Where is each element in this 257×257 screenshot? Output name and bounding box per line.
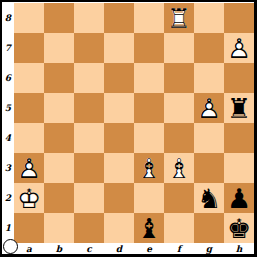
- square-e5[interactable]: [134, 93, 164, 123]
- square-h5[interactable]: ♜: [224, 93, 254, 123]
- square-g4[interactable]: [194, 123, 224, 153]
- white-rook-f8[interactable]: ♜♖: [164, 3, 194, 33]
- rank-label-3: 3: [2, 153, 14, 183]
- rank-label-6: 6: [2, 63, 14, 93]
- square-e7[interactable]: [134, 33, 164, 63]
- rank-labels: 87654321: [2, 3, 14, 243]
- square-d6[interactable]: [104, 63, 134, 93]
- square-h7[interactable]: ♟♙: [224, 33, 254, 63]
- piece-glyph: ♟: [224, 183, 254, 213]
- file-labels: abcdefgh: [14, 243, 254, 254]
- file-label-e: e: [134, 243, 164, 254]
- square-a8[interactable]: [14, 3, 44, 33]
- white-king-a2[interactable]: ♚♔: [14, 183, 44, 213]
- file-label-h: h: [224, 243, 254, 254]
- square-e2[interactable]: [134, 183, 164, 213]
- square-a3[interactable]: ♟♙: [14, 153, 44, 183]
- file-label-a: a: [14, 243, 44, 254]
- square-a2[interactable]: ♚♔: [14, 183, 44, 213]
- square-a5[interactable]: [14, 93, 44, 123]
- piece-outline: ♙: [194, 93, 224, 123]
- white-bishop-e3[interactable]: ♝♗: [134, 153, 164, 183]
- square-e3[interactable]: ♝♗: [134, 153, 164, 183]
- square-b6[interactable]: [44, 63, 74, 93]
- square-b4[interactable]: [44, 123, 74, 153]
- square-c5[interactable]: [74, 93, 104, 123]
- white-pawn-a3[interactable]: ♟♙: [14, 153, 44, 183]
- square-f4[interactable]: [164, 123, 194, 153]
- piece-outline: ♗: [164, 153, 194, 183]
- board: ♜♖♟♙♟♙♜♟♙♝♗♝♗♚♔♞♟♝♚: [14, 3, 254, 243]
- square-f2[interactable]: [164, 183, 194, 213]
- square-h2[interactable]: ♟: [224, 183, 254, 213]
- square-g5[interactable]: ♟♙: [194, 93, 224, 123]
- piece-glyph: ♝: [134, 213, 164, 243]
- square-e6[interactable]: [134, 63, 164, 93]
- square-c1[interactable]: [74, 213, 104, 243]
- square-g7[interactable]: [194, 33, 224, 63]
- square-a4[interactable]: [14, 123, 44, 153]
- piece-outline: ♙: [224, 33, 254, 63]
- square-f3[interactable]: ♝♗: [164, 153, 194, 183]
- rank-label-7: 7: [2, 33, 14, 63]
- square-h1[interactable]: ♚: [224, 213, 254, 243]
- square-d7[interactable]: [104, 33, 134, 63]
- chess-diagram: 87654321 ♜♖♟♙♟♙♜♟♙♝♗♝♗♚♔♞♟♝♚ abcdefgh: [0, 0, 257, 257]
- side-to-move-indicator: [3, 239, 18, 254]
- square-g6[interactable]: [194, 63, 224, 93]
- square-b3[interactable]: [44, 153, 74, 183]
- file-label-g: g: [194, 243, 224, 254]
- white-bishop-f3[interactable]: ♝♗: [164, 153, 194, 183]
- square-c2[interactable]: [74, 183, 104, 213]
- square-c7[interactable]: [74, 33, 104, 63]
- square-b2[interactable]: [44, 183, 74, 213]
- square-a6[interactable]: [14, 63, 44, 93]
- square-h3[interactable]: [224, 153, 254, 183]
- square-c6[interactable]: [74, 63, 104, 93]
- square-e4[interactable]: [134, 123, 164, 153]
- file-label-c: c: [74, 243, 104, 254]
- square-d5[interactable]: [104, 93, 134, 123]
- square-g2[interactable]: ♞: [194, 183, 224, 213]
- square-f7[interactable]: [164, 33, 194, 63]
- white-pawn-g5[interactable]: ♟♙: [194, 93, 224, 123]
- piece-glyph: ♚: [224, 213, 254, 243]
- piece-glyph: ♜: [224, 93, 254, 123]
- square-g3[interactable]: [194, 153, 224, 183]
- square-h6[interactable]: [224, 63, 254, 93]
- square-c3[interactable]: [74, 153, 104, 183]
- white-pawn-h7[interactable]: ♟♙: [224, 33, 254, 63]
- square-g1[interactable]: [194, 213, 224, 243]
- piece-outline: ♙: [14, 153, 44, 183]
- square-g8[interactable]: [194, 3, 224, 33]
- piece-outline: ♗: [134, 153, 164, 183]
- piece-glyph: ♞: [194, 183, 224, 213]
- square-d8[interactable]: [104, 3, 134, 33]
- square-b8[interactable]: [44, 3, 74, 33]
- square-b7[interactable]: [44, 33, 74, 63]
- square-f6[interactable]: [164, 63, 194, 93]
- rank-label-2: 2: [2, 183, 14, 213]
- black-king-h1[interactable]: ♚: [224, 213, 254, 243]
- square-d4[interactable]: [104, 123, 134, 153]
- file-label-b: b: [44, 243, 74, 254]
- square-h8[interactable]: [224, 3, 254, 33]
- square-a1[interactable]: [14, 213, 44, 243]
- square-c8[interactable]: [74, 3, 104, 33]
- file-label-f: f: [164, 243, 194, 254]
- square-f8[interactable]: ♜♖: [164, 3, 194, 33]
- piece-outline: ♔: [14, 183, 44, 213]
- square-a7[interactable]: [14, 33, 44, 63]
- square-f1[interactable]: [164, 213, 194, 243]
- square-b5[interactable]: [44, 93, 74, 123]
- rank-label-5: 5: [2, 93, 14, 123]
- square-b1[interactable]: [44, 213, 74, 243]
- square-f5[interactable]: [164, 93, 194, 123]
- black-knight-g2[interactable]: ♞: [194, 183, 224, 213]
- piece-outline: ♖: [164, 3, 194, 33]
- black-bishop-e1[interactable]: ♝: [134, 213, 164, 243]
- square-h4[interactable]: [224, 123, 254, 153]
- square-e1[interactable]: ♝: [134, 213, 164, 243]
- square-e8[interactable]: [134, 3, 164, 33]
- square-d2[interactable]: [104, 183, 134, 213]
- black-pawn-h2[interactable]: ♟: [224, 183, 254, 213]
- rank-label-8: 8: [2, 3, 14, 33]
- black-rook-h5[interactable]: ♜: [224, 93, 254, 123]
- rank-label-4: 4: [2, 123, 14, 153]
- file-label-d: d: [104, 243, 134, 254]
- square-d1[interactable]: [104, 213, 134, 243]
- square-d3[interactable]: [104, 153, 134, 183]
- square-c4[interactable]: [74, 123, 104, 153]
